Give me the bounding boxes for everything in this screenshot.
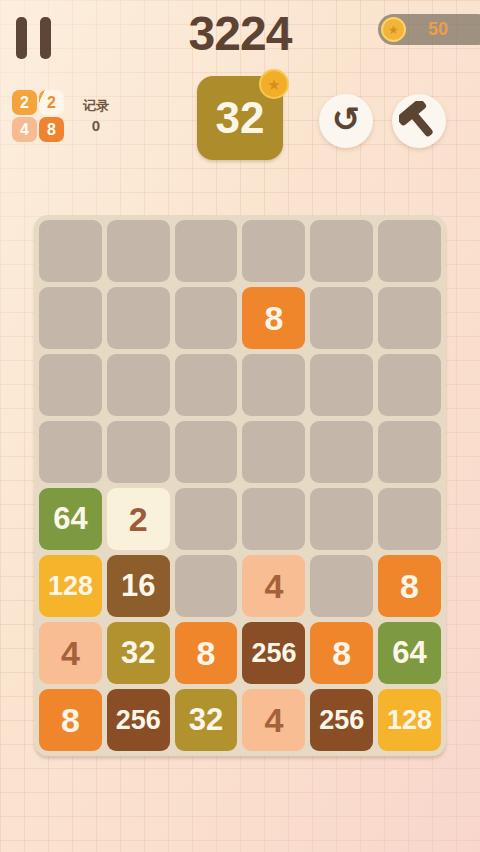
coin-count: 50: [428, 19, 448, 40]
logo-cell: 2: [39, 90, 64, 115]
tile-16[interactable]: 16: [107, 555, 170, 617]
empty-cell-r4c1[interactable]: [39, 421, 102, 483]
empty-cell-r3c3[interactable]: [175, 354, 238, 416]
empty-cell-r5c4[interactable]: [242, 488, 305, 550]
empty-cell-r2c3[interactable]: [175, 287, 238, 349]
hammer-icon: [399, 101, 439, 141]
tile-4[interactable]: 4: [242, 555, 305, 617]
tile-8[interactable]: 8: [378, 555, 441, 617]
tile-8[interactable]: 8: [242, 287, 305, 349]
next-tile-value: 32: [216, 93, 265, 143]
tile-256[interactable]: 256: [310, 689, 373, 751]
empty-cell-r6c5[interactable]: [310, 555, 373, 617]
empty-cell-r1c3[interactable]: [175, 220, 238, 282]
tile-128[interactable]: 128: [39, 555, 102, 617]
tile-4[interactable]: 4: [242, 689, 305, 751]
tile-2[interactable]: 2: [107, 488, 170, 550]
record-block: 记录 0: [68, 97, 124, 134]
empty-cell-r1c5[interactable]: [310, 220, 373, 282]
empty-cell-r3c6[interactable]: [378, 354, 441, 416]
empty-cell-r2c6[interactable]: [378, 287, 441, 349]
hammer-button[interactable]: [392, 94, 446, 148]
empty-cell-r1c2[interactable]: [107, 220, 170, 282]
empty-cell-r4c6[interactable]: [378, 421, 441, 483]
tile-32[interactable]: 32: [107, 622, 170, 684]
gold-coin-icon: ★: [381, 17, 406, 42]
empty-cell-r5c5[interactable]: [310, 488, 373, 550]
undo-rotate-arrow-icon: ↺: [332, 102, 361, 136]
empty-cell-r3c5[interactable]: [310, 354, 373, 416]
empty-cell-r2c1[interactable]: [39, 287, 102, 349]
empty-cell-r4c4[interactable]: [242, 421, 305, 483]
tile-64[interactable]: 64: [378, 622, 441, 684]
empty-cell-r3c4[interactable]: [242, 354, 305, 416]
tile-256[interactable]: 256: [107, 689, 170, 751]
game-logo-2248: 2 2 4 8: [12, 90, 64, 142]
empty-cell-r6c3[interactable]: [175, 555, 238, 617]
tile-8[interactable]: 8: [310, 622, 373, 684]
coin-counter-pill[interactable]: ★ 50: [378, 14, 480, 45]
empty-cell-r5c3[interactable]: [175, 488, 238, 550]
tile-256[interactable]: 256: [242, 622, 305, 684]
empty-cell-r1c4[interactable]: [242, 220, 305, 282]
undo-button[interactable]: ↺: [319, 94, 373, 148]
game-screen: 3224 ★ 50 2 2 4 8 记录 0 32 ★ ↺ 8642128164…: [0, 0, 480, 852]
empty-cell-r4c3[interactable]: [175, 421, 238, 483]
record-label: 记录: [68, 97, 124, 115]
tile-8[interactable]: 8: [175, 622, 238, 684]
empty-cell-r2c5[interactable]: [310, 287, 373, 349]
empty-cell-r3c2[interactable]: [107, 354, 170, 416]
logo-cell: 4: [12, 117, 37, 142]
tile-32[interactable]: 32: [175, 689, 238, 751]
empty-cell-r2c2[interactable]: [107, 287, 170, 349]
record-value: 0: [68, 117, 124, 134]
tile-8[interactable]: 8: [39, 689, 102, 751]
empty-cell-r1c6[interactable]: [378, 220, 441, 282]
empty-cell-r5c6[interactable]: [378, 488, 441, 550]
tile-64[interactable]: 64: [39, 488, 102, 550]
empty-cell-r4c5[interactable]: [310, 421, 373, 483]
logo-cell: 8: [39, 117, 64, 142]
empty-cell-r1c1[interactable]: [39, 220, 102, 282]
empty-cell-r4c2[interactable]: [107, 421, 170, 483]
star-coin-badge-icon: ★: [259, 69, 289, 99]
tile-128[interactable]: 128: [378, 689, 441, 751]
empty-cell-r3c1[interactable]: [39, 354, 102, 416]
tile-4[interactable]: 4: [39, 622, 102, 684]
next-tile-preview[interactable]: 32 ★: [197, 76, 283, 160]
game-board: 8642128164843282568648256324256128: [34, 215, 446, 756]
logo-cell: 2: [12, 90, 37, 115]
